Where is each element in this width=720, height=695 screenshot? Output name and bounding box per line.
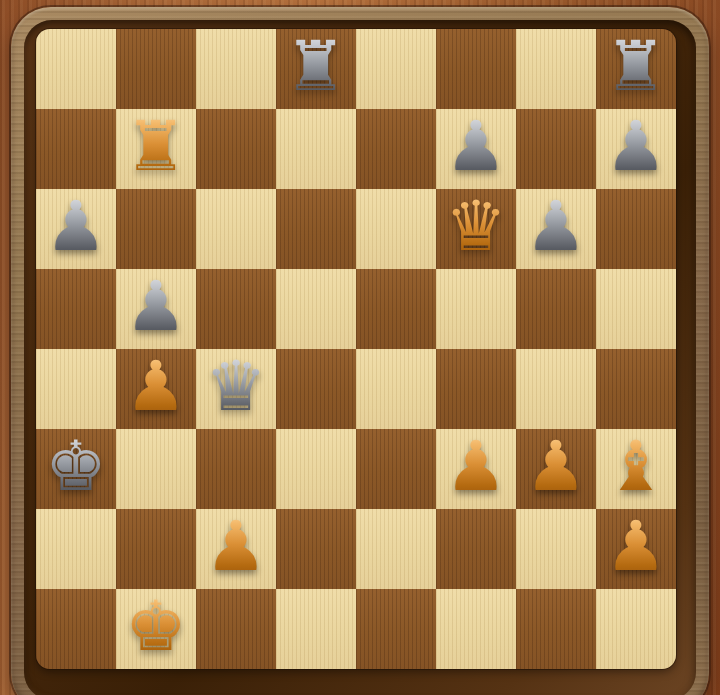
piece-black-pawn[interactable]: ♟ [525,186,587,266]
square-f3[interactable]: ♟ [436,429,516,509]
square-b1[interactable]: ♚ [116,589,196,669]
square-d2[interactable] [276,509,356,589]
square-e2[interactable] [356,509,436,589]
square-f7[interactable]: ♟ [436,109,516,189]
piece-black-rook[interactable]: ♜ [285,29,347,106]
square-e8[interactable] [356,29,436,109]
piece-white-pawn[interactable]: ♟ [605,506,667,586]
square-g3[interactable]: ♟ [516,429,596,509]
square-g7[interactable] [516,109,596,189]
piece-black-pawn[interactable]: ♟ [605,106,667,186]
square-a2[interactable] [36,509,116,589]
square-b5[interactable]: ♟ [116,269,196,349]
square-c2[interactable]: ♟ [196,509,276,589]
square-b8[interactable] [116,29,196,109]
square-g6[interactable]: ♟ [516,189,596,269]
piece-black-pawn[interactable]: ♟ [45,186,107,266]
square-a3[interactable]: ♚ [36,429,116,509]
square-e6[interactable] [356,189,436,269]
square-d3[interactable] [276,429,356,509]
square-b4[interactable]: ♟ [116,349,196,429]
square-g5[interactable] [516,269,596,349]
square-h5[interactable] [596,269,676,349]
square-g4[interactable] [516,349,596,429]
square-f2[interactable] [436,509,516,589]
piece-black-pawn[interactable]: ♟ [125,266,187,346]
square-g1[interactable] [516,589,596,669]
piece-black-king[interactable]: ♚ [45,426,107,506]
piece-white-bishop[interactable]: ♝ [605,426,667,506]
square-h7[interactable]: ♟ [596,109,676,189]
piece-white-pawn[interactable]: ♟ [525,426,587,506]
square-a8[interactable] [36,29,116,109]
square-d8[interactable]: ♜ [276,29,356,109]
board-bezel: ♜♜♜♟♟♟♛♟♟♟♛♚♟♟♝♟♟♚ [24,20,696,695]
square-d7[interactable] [276,109,356,189]
square-h6[interactable] [596,189,676,269]
square-d1[interactable] [276,589,356,669]
square-f8[interactable] [436,29,516,109]
piece-white-pawn[interactable]: ♟ [205,506,267,586]
square-h4[interactable] [596,349,676,429]
piece-white-queen[interactable]: ♛ [445,186,507,266]
piece-white-pawn[interactable]: ♟ [445,426,507,506]
square-a1[interactable] [36,589,116,669]
piece-black-pawn[interactable]: ♟ [445,106,507,186]
square-c7[interactable] [196,109,276,189]
square-b2[interactable] [116,509,196,589]
square-c4[interactable]: ♛ [196,349,276,429]
chess-board: ♜♜♜♟♟♟♛♟♟♟♛♚♟♟♝♟♟♚ [36,29,676,669]
piece-white-king[interactable]: ♚ [125,586,187,666]
square-e5[interactable] [356,269,436,349]
square-a7[interactable] [36,109,116,189]
square-c8[interactable] [196,29,276,109]
square-f6[interactable]: ♛ [436,189,516,269]
square-b7[interactable]: ♜ [116,109,196,189]
square-e1[interactable] [356,589,436,669]
piece-black-queen[interactable]: ♛ [205,346,267,426]
square-e4[interactable] [356,349,436,429]
square-d6[interactable] [276,189,356,269]
square-c5[interactable] [196,269,276,349]
square-f4[interactable] [436,349,516,429]
square-c1[interactable] [196,589,276,669]
square-e7[interactable] [356,109,436,189]
square-g2[interactable] [516,509,596,589]
square-h1[interactable] [596,589,676,669]
piece-white-rook[interactable]: ♜ [125,106,187,186]
square-h2[interactable]: ♟ [596,509,676,589]
square-e3[interactable] [356,429,436,509]
square-h3[interactable]: ♝ [596,429,676,509]
piece-black-rook[interactable]: ♜ [605,29,667,106]
wooden-frame: ♜♜♜♟♟♟♛♟♟♟♛♚♟♟♝♟♟♚ [11,7,709,695]
square-g8[interactable] [516,29,596,109]
piece-white-pawn[interactable]: ♟ [125,346,187,426]
chess-app-screen: { "game": "chess", "position": "3r3r/1R3… [0,0,720,695]
square-c3[interactable] [196,429,276,509]
square-b6[interactable] [116,189,196,269]
square-a6[interactable]: ♟ [36,189,116,269]
square-d5[interactable] [276,269,356,349]
square-d4[interactable] [276,349,356,429]
square-f5[interactable] [436,269,516,349]
square-h8[interactable]: ♜ [596,29,676,109]
square-b3[interactable] [116,429,196,509]
square-f1[interactable] [436,589,516,669]
square-a5[interactable] [36,269,116,349]
square-c6[interactable] [196,189,276,269]
square-a4[interactable] [36,349,116,429]
